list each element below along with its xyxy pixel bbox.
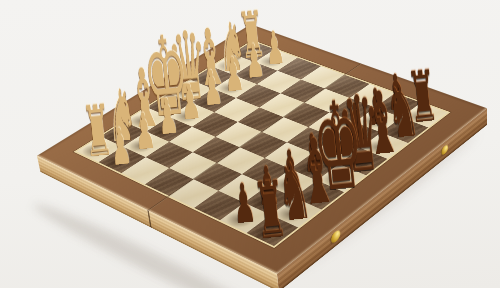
square [145,168,193,196]
square [317,164,366,192]
square [334,122,381,148]
square [271,197,322,227]
square [217,147,265,174]
square [287,127,334,153]
square [146,142,193,168]
square [360,132,408,158]
square [247,215,299,246]
square [265,142,313,169]
square [244,186,294,215]
product-photo: ♜♟♞♟♝♟♛♟♚♟♝♟♟♞♜♟♟♜♞♟♟♝♟♛♟♚♟♝♟♞♟♜ [0,0,500,288]
square [169,152,217,179]
square [240,132,287,158]
square [99,147,146,173]
square [339,148,387,175]
square [193,137,240,163]
square [194,191,244,220]
square [242,158,290,186]
square [290,153,338,180]
scene-tilt: ♜♟♞♟♝♟♛♟♚♟♝♟♟♞♜♟♟♜♞♟♟♝♟♛♟♚♟♝♟♞♟♜ [0,0,500,288]
square [268,169,317,197]
square [121,157,169,184]
square [218,174,267,202]
board-top [37,24,487,274]
square [169,179,218,208]
square [313,137,361,164]
square [193,163,241,191]
square [381,117,428,143]
chess-board: ♜♟♞♟♝♟♛♟♚♟♝♟♟♞♜♟♟♜♞♟♟♝♟♛♟♚♟♝♟♞♟♜ [37,24,487,274]
square [294,180,344,209]
square [220,203,271,233]
